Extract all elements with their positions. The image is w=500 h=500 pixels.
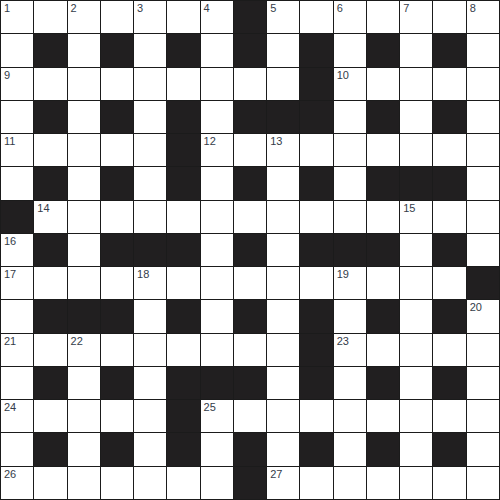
white-cell[interactable] — [400, 367, 433, 400]
white-cell[interactable] — [134, 367, 167, 400]
black-cell — [300, 101, 333, 134]
black-cell — [334, 234, 367, 267]
black-cell — [300, 34, 333, 67]
white-cell[interactable]: 22 — [68, 334, 101, 367]
white-cell[interactable] — [167, 68, 200, 101]
black-cell — [400, 167, 433, 200]
black-cell — [300, 234, 333, 267]
white-cell[interactable] — [334, 300, 367, 333]
white-cell[interactable] — [367, 68, 400, 101]
white-cell[interactable] — [34, 68, 67, 101]
black-cell — [433, 300, 466, 333]
white-cell[interactable] — [1, 433, 34, 466]
black-cell — [300, 68, 333, 101]
black-cell — [300, 334, 333, 367]
white-cell[interactable] — [201, 101, 234, 134]
white-cell[interactable]: 12 — [201, 134, 234, 167]
black-cell — [367, 34, 400, 67]
white-cell[interactable]: 6 — [334, 1, 367, 34]
white-cell[interactable] — [134, 167, 167, 200]
black-cell — [234, 467, 267, 500]
white-cell[interactable]: 10 — [334, 68, 367, 101]
white-cell[interactable] — [267, 267, 300, 300]
white-cell[interactable] — [167, 201, 200, 234]
black-cell — [167, 167, 200, 200]
white-cell[interactable] — [1, 34, 34, 67]
black-cell — [433, 433, 466, 466]
black-cell — [433, 34, 466, 67]
black-cell — [201, 367, 234, 400]
white-cell[interactable] — [101, 334, 134, 367]
black-cell — [101, 433, 134, 466]
black-cell — [101, 167, 134, 200]
white-cell[interactable] — [134, 68, 167, 101]
white-cell[interactable] — [201, 267, 234, 300]
black-cell — [68, 300, 101, 333]
white-cell[interactable]: 20 — [467, 300, 500, 333]
white-cell[interactable] — [134, 201, 167, 234]
white-cell[interactable] — [201, 467, 234, 500]
white-cell[interactable]: 18 — [134, 267, 167, 300]
white-cell[interactable] — [467, 367, 500, 400]
white-cell[interactable] — [334, 101, 367, 134]
white-cell[interactable] — [467, 334, 500, 367]
white-cell[interactable] — [433, 201, 466, 234]
clue-number: 3 — [137, 2, 143, 15]
black-cell — [367, 167, 400, 200]
white-cell[interactable] — [267, 334, 300, 367]
white-cell[interactable] — [334, 467, 367, 500]
white-cell[interactable] — [234, 134, 267, 167]
black-cell — [167, 134, 200, 167]
white-cell[interactable]: 25 — [201, 400, 234, 433]
white-cell[interactable] — [101, 201, 134, 234]
clue-number: 5 — [270, 2, 276, 15]
white-cell[interactable]: 7 — [400, 1, 433, 34]
black-cell — [433, 167, 466, 200]
white-cell[interactable]: 4 — [201, 1, 234, 34]
white-cell[interactable] — [234, 201, 267, 234]
white-cell[interactable] — [467, 68, 500, 101]
white-cell[interactable] — [101, 68, 134, 101]
white-cell[interactable] — [68, 267, 101, 300]
white-cell[interactable] — [334, 433, 367, 466]
white-cell[interactable] — [467, 134, 500, 167]
white-cell[interactable] — [334, 134, 367, 167]
clue-number: 17 — [4, 268, 16, 281]
white-cell[interactable] — [134, 467, 167, 500]
white-cell[interactable] — [334, 201, 367, 234]
black-cell — [101, 34, 134, 67]
black-cell — [167, 300, 200, 333]
white-cell[interactable] — [400, 334, 433, 367]
white-cell[interactable] — [367, 1, 400, 34]
white-cell[interactable] — [267, 300, 300, 333]
white-cell[interactable] — [367, 400, 400, 433]
white-cell[interactable] — [467, 234, 500, 267]
white-cell[interactable] — [34, 467, 67, 500]
white-cell[interactable] — [201, 34, 234, 67]
white-cell[interactable] — [167, 467, 200, 500]
black-cell — [467, 267, 500, 300]
white-cell[interactable] — [68, 467, 101, 500]
white-cell[interactable] — [467, 400, 500, 433]
black-cell — [234, 101, 267, 134]
white-cell[interactable] — [101, 267, 134, 300]
black-cell — [367, 234, 400, 267]
white-cell[interactable] — [134, 34, 167, 67]
white-cell[interactable]: 2 — [68, 1, 101, 34]
white-cell[interactable] — [134, 334, 167, 367]
black-cell — [234, 300, 267, 333]
white-cell[interactable]: 1 — [1, 1, 34, 34]
white-cell[interactable] — [400, 467, 433, 500]
black-cell — [234, 1, 267, 34]
clue-number: 24 — [4, 401, 16, 414]
black-cell — [34, 367, 67, 400]
white-cell[interactable] — [433, 334, 466, 367]
white-cell[interactable] — [267, 400, 300, 433]
black-cell — [267, 101, 300, 134]
white-cell[interactable] — [34, 334, 67, 367]
black-cell — [101, 367, 134, 400]
clue-number: 6 — [337, 2, 343, 15]
white-cell[interactable] — [68, 367, 101, 400]
white-cell[interactable] — [267, 167, 300, 200]
black-cell — [1, 201, 34, 234]
white-cell[interactable] — [400, 34, 433, 67]
white-cell[interactable] — [400, 101, 433, 134]
white-cell[interactable] — [101, 134, 134, 167]
clue-number: 11 — [4, 135, 15, 148]
black-cell — [167, 34, 200, 67]
white-cell[interactable] — [68, 34, 101, 67]
black-cell — [234, 34, 267, 67]
black-cell — [167, 400, 200, 433]
white-cell[interactable] — [267, 367, 300, 400]
black-cell — [234, 167, 267, 200]
white-cell[interactable] — [234, 68, 267, 101]
white-cell[interactable] — [1, 167, 34, 200]
white-cell[interactable]: 17 — [1, 267, 34, 300]
black-cell — [167, 234, 200, 267]
white-cell[interactable] — [167, 267, 200, 300]
clue-number: 8 — [470, 2, 476, 15]
black-cell — [300, 300, 333, 333]
white-cell[interactable] — [1, 300, 34, 333]
black-cell — [367, 433, 400, 466]
clue-number: 14 — [37, 202, 49, 215]
clue-number: 2 — [71, 2, 77, 15]
clue-number: 21 — [4, 335, 16, 348]
white-cell[interactable] — [201, 201, 234, 234]
white-cell[interactable] — [334, 400, 367, 433]
white-cell[interactable]: 16 — [1, 234, 34, 267]
white-cell[interactable]: 27 — [267, 467, 300, 500]
white-cell[interactable] — [433, 1, 466, 34]
white-cell[interactable] — [400, 300, 433, 333]
black-cell — [167, 433, 200, 466]
white-cell[interactable] — [134, 300, 167, 333]
white-cell[interactable] — [101, 400, 134, 433]
clue-number: 25 — [204, 401, 216, 414]
clue-number: 9 — [4, 69, 10, 82]
white-cell[interactable] — [267, 68, 300, 101]
clue-number: 12 — [204, 135, 216, 148]
white-cell[interactable] — [400, 134, 433, 167]
black-cell — [34, 300, 67, 333]
white-cell[interactable]: 24 — [1, 400, 34, 433]
white-cell[interactable]: 21 — [1, 334, 34, 367]
white-cell[interactable]: 11 — [1, 134, 34, 167]
white-cell[interactable] — [433, 267, 466, 300]
black-cell — [101, 300, 134, 333]
white-cell[interactable] — [267, 34, 300, 67]
black-cell — [367, 300, 400, 333]
white-cell[interactable]: 8 — [467, 1, 500, 34]
white-cell[interactable] — [68, 101, 101, 134]
clue-number: 20 — [470, 301, 482, 314]
white-cell[interactable] — [68, 400, 101, 433]
white-cell[interactable] — [467, 467, 500, 500]
clue-number: 22 — [71, 335, 83, 348]
black-cell — [34, 167, 67, 200]
clue-number: 16 — [4, 235, 16, 248]
black-cell — [367, 101, 400, 134]
black-cell — [300, 167, 333, 200]
white-cell[interactable] — [367, 334, 400, 367]
white-cell[interactable] — [367, 201, 400, 234]
clue-number: 1 — [4, 2, 10, 15]
black-cell — [34, 34, 67, 67]
white-cell[interactable] — [267, 234, 300, 267]
white-cell[interactable] — [300, 201, 333, 234]
white-cell[interactable] — [400, 267, 433, 300]
white-cell[interactable] — [201, 68, 234, 101]
clue-number: 19 — [337, 268, 349, 281]
white-cell[interactable]: 5 — [267, 1, 300, 34]
black-cell — [234, 234, 267, 267]
white-cell[interactable] — [201, 234, 234, 267]
white-cell[interactable] — [467, 433, 500, 466]
black-cell — [101, 234, 134, 267]
black-cell — [433, 101, 466, 134]
clue-number: 27 — [270, 468, 282, 481]
crossword-grid: 1234567891011121314151617181920212223242… — [0, 0, 500, 500]
black-cell — [234, 367, 267, 400]
white-cell[interactable] — [34, 400, 67, 433]
white-cell[interactable] — [134, 433, 167, 466]
white-cell[interactable] — [467, 201, 500, 234]
white-cell[interactable] — [34, 1, 67, 34]
white-cell[interactable] — [300, 1, 333, 34]
white-cell[interactable] — [334, 34, 367, 67]
black-cell — [34, 234, 67, 267]
white-cell[interactable]: 14 — [34, 201, 67, 234]
black-cell — [433, 367, 466, 400]
black-cell — [101, 101, 134, 134]
white-cell[interactable] — [367, 134, 400, 167]
black-cell — [134, 234, 167, 267]
white-cell[interactable] — [34, 267, 67, 300]
black-cell — [34, 101, 67, 134]
white-cell[interactable] — [167, 1, 200, 34]
white-cell[interactable] — [334, 167, 367, 200]
white-cell[interactable] — [433, 134, 466, 167]
white-cell[interactable] — [234, 400, 267, 433]
white-cell[interactable] — [234, 267, 267, 300]
white-cell[interactable] — [267, 201, 300, 234]
white-cell[interactable] — [68, 167, 101, 200]
white-cell[interactable] — [134, 134, 167, 167]
white-cell[interactable] — [433, 467, 466, 500]
white-cell[interactable] — [400, 234, 433, 267]
white-cell[interactable] — [367, 267, 400, 300]
white-cell[interactable] — [201, 300, 234, 333]
white-cell[interactable] — [201, 334, 234, 367]
white-cell[interactable] — [267, 433, 300, 466]
white-cell[interactable] — [334, 367, 367, 400]
clue-number: 7 — [403, 2, 409, 15]
white-cell[interactable] — [400, 400, 433, 433]
white-cell[interactable] — [68, 68, 101, 101]
clue-number: 10 — [337, 69, 349, 82]
white-cell[interactable] — [68, 234, 101, 267]
clue-number: 4 — [204, 2, 210, 15]
white-cell[interactable] — [68, 201, 101, 234]
white-cell[interactable]: 26 — [1, 467, 34, 500]
white-cell[interactable] — [201, 167, 234, 200]
clue-number: 13 — [270, 135, 282, 148]
white-cell[interactable]: 15 — [400, 201, 433, 234]
black-cell — [433, 234, 466, 267]
clue-number: 15 — [403, 202, 415, 215]
white-cell[interactable]: 19 — [334, 267, 367, 300]
black-cell — [167, 101, 200, 134]
white-cell[interactable] — [68, 433, 101, 466]
white-cell[interactable] — [300, 134, 333, 167]
white-cell[interactable]: 9 — [1, 68, 34, 101]
white-cell[interactable]: 3 — [134, 1, 167, 34]
white-cell[interactable] — [300, 400, 333, 433]
white-cell[interactable] — [367, 467, 400, 500]
white-cell[interactable] — [101, 1, 134, 34]
white-cell[interactable] — [300, 267, 333, 300]
clue-number: 18 — [137, 268, 149, 281]
clue-number: 26 — [4, 468, 16, 481]
clue-number: 23 — [337, 335, 349, 348]
white-cell[interactable] — [300, 467, 333, 500]
black-cell — [234, 433, 267, 466]
black-cell — [367, 367, 400, 400]
white-cell[interactable] — [1, 101, 34, 134]
black-cell — [300, 367, 333, 400]
black-cell — [34, 433, 67, 466]
white-cell[interactable] — [433, 68, 466, 101]
white-cell[interactable] — [400, 433, 433, 466]
white-cell[interactable] — [467, 167, 500, 200]
white-cell[interactable] — [400, 68, 433, 101]
white-cell[interactable] — [68, 134, 101, 167]
white-cell[interactable]: 23 — [334, 334, 367, 367]
white-cell[interactable] — [1, 367, 34, 400]
white-cell[interactable] — [101, 467, 134, 500]
white-cell[interactable] — [34, 134, 67, 167]
white-cell[interactable] — [467, 101, 500, 134]
white-cell[interactable] — [467, 34, 500, 67]
white-cell[interactable] — [201, 433, 234, 466]
white-cell[interactable] — [134, 101, 167, 134]
black-cell — [300, 433, 333, 466]
white-cell[interactable] — [134, 400, 167, 433]
white-cell[interactable] — [433, 400, 466, 433]
white-cell[interactable] — [167, 334, 200, 367]
white-cell[interactable] — [234, 334, 267, 367]
white-cell[interactable]: 13 — [267, 134, 300, 167]
black-cell — [167, 367, 200, 400]
